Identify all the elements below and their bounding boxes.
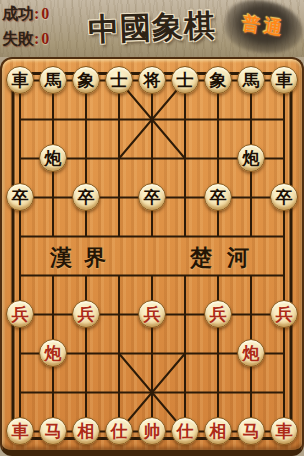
score-panel: 成功:0 失敗:0 bbox=[2, 1, 49, 51]
piece-black-r0c6[interactable]: 象 bbox=[204, 66, 232, 94]
failure-label: 失敗 bbox=[2, 30, 34, 47]
piece-black-r0c7[interactable]: 馬 bbox=[237, 66, 265, 94]
difficulty-button[interactable]: 普通 bbox=[228, 1, 299, 52]
piece-black-r0c3[interactable]: 士 bbox=[105, 66, 133, 94]
piece-red-r9c3[interactable]: 仕 bbox=[105, 417, 133, 445]
piece-red-r6c8[interactable]: 兵 bbox=[270, 300, 298, 328]
piece-red-r6c6[interactable]: 兵 bbox=[204, 300, 232, 328]
piece-red-r6c0[interactable]: 兵 bbox=[6, 300, 34, 328]
failure-value: 0 bbox=[41, 30, 49, 47]
header-ink-painting: 成功:0 失敗:0 中國象棋 普通 bbox=[0, 0, 304, 57]
failure-colon: : bbox=[34, 30, 39, 47]
piece-black-r3c6[interactable]: 卒 bbox=[204, 183, 232, 211]
piece-black-r0c0[interactable]: 車 bbox=[6, 66, 34, 94]
piece-red-r7c7[interactable]: 炮 bbox=[237, 339, 265, 367]
piece-red-r6c4[interactable]: 兵 bbox=[138, 300, 166, 328]
xiangqi-board[interactable]: 漢界 楚河 車馬象士将士象馬車炮炮卒卒卒卒卒兵兵兵兵兵炮炮車马相仕帅仕相马車 bbox=[0, 57, 304, 456]
piece-black-r2c7[interactable]: 炮 bbox=[237, 144, 265, 172]
piece-black-r3c2[interactable]: 卒 bbox=[72, 183, 100, 211]
piece-red-r9c5[interactable]: 仕 bbox=[171, 417, 199, 445]
difficulty-button-label: 普通 bbox=[241, 11, 288, 41]
piece-red-r9c6[interactable]: 相 bbox=[204, 417, 232, 445]
piece-red-r9c4[interactable]: 帅 bbox=[138, 417, 166, 445]
piece-black-r3c0[interactable]: 卒 bbox=[6, 183, 34, 211]
success-counter: 成功:0 bbox=[2, 1, 49, 26]
piece-red-r6c2[interactable]: 兵 bbox=[72, 300, 100, 328]
piece-black-r0c5[interactable]: 士 bbox=[171, 66, 199, 94]
piece-red-r9c2[interactable]: 相 bbox=[72, 417, 100, 445]
success-value: 0 bbox=[41, 5, 49, 22]
river-label-han-jie: 漢界 bbox=[50, 242, 118, 274]
piece-red-r9c0[interactable]: 車 bbox=[6, 417, 34, 445]
piece-red-r9c8[interactable]: 車 bbox=[270, 417, 298, 445]
piece-black-r0c8[interactable]: 車 bbox=[270, 66, 298, 94]
piece-black-r0c4[interactable]: 将 bbox=[138, 66, 166, 94]
piece-black-r0c2[interactable]: 象 bbox=[72, 66, 100, 94]
piece-red-r9c7[interactable]: 马 bbox=[237, 417, 265, 445]
success-colon: : bbox=[34, 5, 39, 22]
success-label: 成功 bbox=[2, 5, 34, 22]
piece-black-r2c1[interactable]: 炮 bbox=[39, 144, 67, 172]
river-label-chu-he: 楚河 bbox=[190, 242, 264, 274]
piece-black-r3c4[interactable]: 卒 bbox=[138, 183, 166, 211]
failure-counter: 失敗:0 bbox=[2, 26, 49, 51]
piece-red-r7c1[interactable]: 炮 bbox=[39, 339, 67, 367]
piece-black-r0c1[interactable]: 馬 bbox=[39, 66, 67, 94]
piece-red-r9c1[interactable]: 马 bbox=[39, 417, 67, 445]
piece-black-r3c8[interactable]: 卒 bbox=[270, 183, 298, 211]
